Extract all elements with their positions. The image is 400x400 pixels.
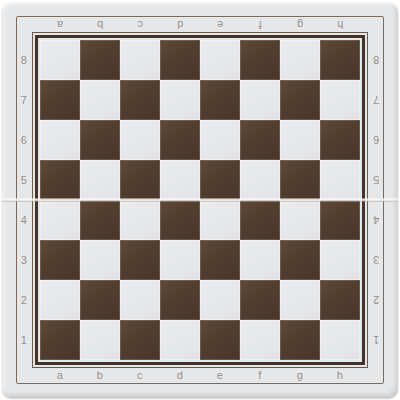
file-label-top-d: d bbox=[160, 17, 200, 32]
square-h4[interactable] bbox=[320, 200, 360, 240]
square-h1[interactable] bbox=[320, 320, 360, 360]
file-label-bottom-f: f bbox=[240, 368, 280, 383]
rank-label-right-7: 7 bbox=[368, 80, 384, 120]
square-c4[interactable] bbox=[120, 200, 160, 240]
file-labels-bottom: abcdefgh bbox=[40, 368, 360, 383]
rank-label-right-3: 3 bbox=[368, 240, 384, 280]
square-d8[interactable] bbox=[160, 40, 200, 80]
rank-label-left-7: 7 bbox=[16, 80, 32, 120]
rank-label-left-1: 1 bbox=[16, 320, 32, 360]
square-d5[interactable] bbox=[160, 160, 200, 200]
file-label-top-g: g bbox=[280, 17, 320, 32]
board-grid bbox=[40, 40, 360, 360]
square-e5[interactable] bbox=[200, 160, 240, 200]
square-e2[interactable] bbox=[200, 280, 240, 320]
square-e1[interactable] bbox=[200, 320, 240, 360]
square-a8[interactable] bbox=[40, 40, 80, 80]
square-e7[interactable] bbox=[200, 80, 240, 120]
rank-labels-right: 87654321 bbox=[368, 40, 384, 360]
file-label-top-a: a bbox=[40, 17, 80, 32]
file-label-top-b: b bbox=[80, 17, 120, 32]
file-label-top-e: e bbox=[200, 17, 240, 32]
rank-label-left-3: 3 bbox=[16, 240, 32, 280]
square-b6[interactable] bbox=[80, 120, 120, 160]
square-g7[interactable] bbox=[280, 80, 320, 120]
square-b4[interactable] bbox=[80, 200, 120, 240]
square-f8[interactable] bbox=[240, 40, 280, 80]
rank-label-right-4: 4 bbox=[368, 200, 384, 240]
square-c7[interactable] bbox=[120, 80, 160, 120]
square-a1[interactable] bbox=[40, 320, 80, 360]
photo-background: abcdefgh abcdefgh 87654321 87654321 bbox=[0, 0, 400, 400]
rank-label-left-4: 4 bbox=[16, 200, 32, 240]
file-label-top-c: c bbox=[120, 17, 160, 32]
square-a4[interactable] bbox=[40, 200, 80, 240]
square-d7[interactable] bbox=[160, 80, 200, 120]
square-c3[interactable] bbox=[120, 240, 160, 280]
file-labels-top: abcdefgh bbox=[40, 17, 360, 32]
square-g4[interactable] bbox=[280, 200, 320, 240]
rank-label-right-2: 2 bbox=[368, 280, 384, 320]
square-a5[interactable] bbox=[40, 160, 80, 200]
square-f2[interactable] bbox=[240, 280, 280, 320]
square-d6[interactable] bbox=[160, 120, 200, 160]
square-d3[interactable] bbox=[160, 240, 200, 280]
rank-label-left-6: 6 bbox=[16, 120, 32, 160]
rank-label-left-5: 5 bbox=[16, 160, 32, 200]
square-f7[interactable] bbox=[240, 80, 280, 120]
square-c2[interactable] bbox=[120, 280, 160, 320]
square-d2[interactable] bbox=[160, 280, 200, 320]
square-b1[interactable] bbox=[80, 320, 120, 360]
square-b8[interactable] bbox=[80, 40, 120, 80]
square-c5[interactable] bbox=[120, 160, 160, 200]
rank-label-right-1: 1 bbox=[368, 320, 384, 360]
rank-label-right-6: 6 bbox=[368, 120, 384, 160]
square-h8[interactable] bbox=[320, 40, 360, 80]
square-a2[interactable] bbox=[40, 280, 80, 320]
file-label-bottom-d: d bbox=[160, 368, 200, 383]
file-label-bottom-c: c bbox=[120, 368, 160, 383]
square-b3[interactable] bbox=[80, 240, 120, 280]
square-a7[interactable] bbox=[40, 80, 80, 120]
square-e8[interactable] bbox=[200, 40, 240, 80]
rank-label-left-8: 8 bbox=[16, 40, 32, 80]
square-c8[interactable] bbox=[120, 40, 160, 80]
rank-label-right-5: 5 bbox=[368, 160, 384, 200]
square-h3[interactable] bbox=[320, 240, 360, 280]
square-c6[interactable] bbox=[120, 120, 160, 160]
square-a3[interactable] bbox=[40, 240, 80, 280]
square-c1[interactable] bbox=[120, 320, 160, 360]
file-label-top-h: h bbox=[320, 17, 360, 32]
file-label-bottom-g: g bbox=[280, 368, 320, 383]
square-f3[interactable] bbox=[240, 240, 280, 280]
chessboard: abcdefgh abcdefgh 87654321 87654321 bbox=[2, 2, 398, 398]
file-label-bottom-b: b bbox=[80, 368, 120, 383]
square-g1[interactable] bbox=[280, 320, 320, 360]
square-f4[interactable] bbox=[240, 200, 280, 240]
square-d1[interactable] bbox=[160, 320, 200, 360]
rank-label-right-8: 8 bbox=[368, 40, 384, 80]
file-label-bottom-e: e bbox=[200, 368, 240, 383]
square-g5[interactable] bbox=[280, 160, 320, 200]
square-h2[interactable] bbox=[320, 280, 360, 320]
square-d4[interactable] bbox=[160, 200, 200, 240]
rank-labels-left: 87654321 bbox=[16, 40, 32, 360]
file-label-bottom-h: h bbox=[320, 368, 360, 383]
square-e6[interactable] bbox=[200, 120, 240, 160]
square-b7[interactable] bbox=[80, 80, 120, 120]
square-h5[interactable] bbox=[320, 160, 360, 200]
square-f5[interactable] bbox=[240, 160, 280, 200]
square-e3[interactable] bbox=[200, 240, 240, 280]
square-g3[interactable] bbox=[280, 240, 320, 280]
file-label-bottom-a: a bbox=[40, 368, 80, 383]
square-f6[interactable] bbox=[240, 120, 280, 160]
file-label-top-f: f bbox=[240, 17, 280, 32]
square-f1[interactable] bbox=[240, 320, 280, 360]
square-g8[interactable] bbox=[280, 40, 320, 80]
square-b5[interactable] bbox=[80, 160, 120, 200]
rank-label-left-2: 2 bbox=[16, 280, 32, 320]
square-a6[interactable] bbox=[40, 120, 80, 160]
square-h7[interactable] bbox=[320, 80, 360, 120]
square-h6[interactable] bbox=[320, 120, 360, 160]
square-g2[interactable] bbox=[280, 280, 320, 320]
square-g6[interactable] bbox=[280, 120, 320, 160]
square-b2[interactable] bbox=[80, 280, 120, 320]
square-e4[interactable] bbox=[200, 200, 240, 240]
